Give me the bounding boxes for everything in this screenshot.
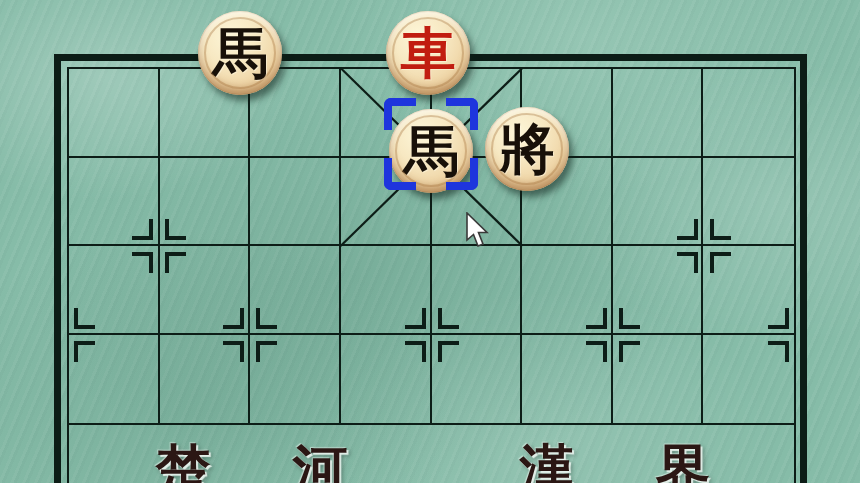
point-marker-corner [710,219,731,240]
piece-glyph: 車 [401,26,456,81]
point-marker-corner [438,341,459,362]
point-marker-corner [405,308,426,329]
piece-black-horse-e1[interactable]: 馬 [389,109,473,193]
point-marker-corner [438,308,459,329]
point-marker-corner [768,308,789,329]
piece-glyph: 馬 [213,26,268,81]
xiangqi-app-window: 楚河漢界 馬車馬將 [0,0,860,483]
point-marker-corner [165,219,186,240]
board-square [69,69,160,158]
point-marker-corner [619,308,640,329]
point-marker-corner [256,308,277,329]
point-marker-corner [619,341,640,362]
point-marker-corner [132,252,153,273]
river-character: 楚 [156,434,211,483]
board-square [703,69,794,158]
point-marker-corner [768,341,789,362]
piece-glyph: 將 [500,122,555,177]
point-marker-corner [165,252,186,273]
point-marker-corner [74,308,95,329]
piece-glyph: 馬 [404,124,459,179]
board-square [250,158,341,247]
point-marker-corner [223,341,244,362]
board-square [613,69,704,158]
point-marker-corner [405,341,426,362]
point-marker-corner [74,341,95,362]
point-marker-corner [256,341,277,362]
piece-red-chariot-e0[interactable]: 車 [386,11,470,95]
point-marker-corner [586,308,607,329]
point-marker-corner [223,308,244,329]
piece-black-horse-c0[interactable]: 馬 [198,11,282,95]
river-character: 漢 [520,434,575,483]
river-character: 河 [293,434,348,483]
point-marker-corner [586,341,607,362]
point-marker-corner [710,252,731,273]
point-marker-corner [132,219,153,240]
piece-black-general-f1[interactable]: 將 [485,107,569,191]
point-marker-corner [677,219,698,240]
point-marker-corner [677,252,698,273]
river-character: 界 [656,434,711,483]
